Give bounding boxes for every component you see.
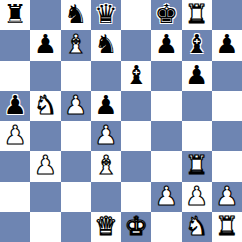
square-b5[interactable]: ♞ [30, 91, 60, 121]
square-f8[interactable]: ♚ [151, 0, 181, 30]
square-d6[interactable] [91, 61, 121, 91]
piece-black-rook[interactable]: ♜ [3, 1, 26, 27]
square-a5[interactable]: ♟ [0, 91, 30, 121]
square-c7[interactable]: ♝ [61, 30, 91, 60]
square-f2[interactable]: ♟ [151, 182, 181, 212]
square-a4[interactable]: ♟ [0, 121, 30, 151]
square-b1[interactable] [30, 212, 60, 242]
square-e1[interactable]: ♚ [121, 212, 151, 242]
square-d4[interactable]: ♟ [91, 121, 121, 151]
square-g5[interactable] [182, 91, 212, 121]
square-g3[interactable]: ♜ [182, 151, 212, 181]
square-g2[interactable]: ♟ [182, 182, 212, 212]
square-h2[interactable]: ♟ [212, 182, 242, 212]
square-a1[interactable] [0, 212, 30, 242]
piece-white-rook[interactable]: ♜ [215, 213, 238, 239]
square-e6[interactable]: ♝ [121, 61, 151, 91]
square-a2[interactable] [0, 182, 30, 212]
square-a7[interactable] [0, 30, 30, 60]
chess-board: ♜♞♛♚♜♟♝♞♟♝♟♝♟♟♞♟♟♟♟♟♝♜♟♟♟♛♚♞♜ [0, 0, 242, 242]
piece-black-pawn[interactable]: ♟ [215, 31, 238, 57]
square-b4[interactable] [30, 121, 60, 151]
square-d1[interactable]: ♛ [91, 212, 121, 242]
square-d7[interactable]: ♞ [91, 30, 121, 60]
piece-black-pawn[interactable]: ♟ [185, 62, 208, 88]
piece-white-rook[interactable]: ♜ [185, 152, 208, 178]
square-c3[interactable] [61, 151, 91, 181]
square-a6[interactable] [0, 61, 30, 91]
square-c8[interactable]: ♞ [61, 0, 91, 30]
piece-black-pawn[interactable]: ♟ [94, 92, 117, 118]
piece-white-bishop[interactable]: ♝ [64, 31, 87, 57]
square-g8[interactable]: ♜ [182, 0, 212, 30]
square-h1[interactable]: ♜ [212, 212, 242, 242]
piece-black-knight[interactable]: ♞ [94, 31, 117, 57]
square-d3[interactable]: ♝ [91, 151, 121, 181]
piece-white-pawn[interactable]: ♟ [94, 122, 117, 148]
square-g1[interactable]: ♞ [182, 212, 212, 242]
piece-white-pawn[interactable]: ♟ [215, 183, 238, 209]
piece-black-pawn[interactable]: ♟ [3, 92, 26, 118]
square-f5[interactable] [151, 91, 181, 121]
piece-white-pawn[interactable]: ♟ [3, 122, 26, 148]
square-c2[interactable] [61, 182, 91, 212]
piece-black-pawn[interactable]: ♟ [34, 31, 57, 57]
square-f1[interactable] [151, 212, 181, 242]
piece-black-king[interactable]: ♚ [155, 1, 178, 27]
square-c6[interactable] [61, 61, 91, 91]
square-c1[interactable] [61, 212, 91, 242]
piece-black-knight[interactable]: ♞ [64, 1, 87, 27]
square-h4[interactable] [212, 121, 242, 151]
square-e2[interactable] [121, 182, 151, 212]
square-c4[interactable] [61, 121, 91, 151]
square-g7[interactable]: ♝ [182, 30, 212, 60]
square-f4[interactable] [151, 121, 181, 151]
piece-black-pawn[interactable]: ♟ [155, 31, 178, 57]
piece-black-queen[interactable]: ♛ [94, 1, 117, 27]
square-f6[interactable] [151, 61, 181, 91]
square-g4[interactable] [182, 121, 212, 151]
piece-white-queen[interactable]: ♛ [94, 213, 117, 239]
piece-white-king[interactable]: ♚ [124, 213, 147, 239]
square-b7[interactable]: ♟ [30, 30, 60, 60]
square-b8[interactable] [30, 0, 60, 30]
square-f3[interactable] [151, 151, 181, 181]
square-a8[interactable]: ♜ [0, 0, 30, 30]
square-h6[interactable] [212, 61, 242, 91]
square-d2[interactable] [91, 182, 121, 212]
square-g6[interactable]: ♟ [182, 61, 212, 91]
piece-white-pawn[interactable]: ♟ [185, 183, 208, 209]
piece-white-pawn[interactable]: ♟ [64, 92, 87, 118]
piece-white-knight[interactable]: ♞ [185, 213, 208, 239]
piece-black-bishop[interactable]: ♝ [185, 31, 208, 57]
square-h7[interactable]: ♟ [212, 30, 242, 60]
piece-white-bishop[interactable]: ♝ [94, 152, 117, 178]
piece-white-knight[interactable]: ♞ [34, 92, 57, 118]
square-e7[interactable] [121, 30, 151, 60]
square-h3[interactable] [212, 151, 242, 181]
square-d8[interactable]: ♛ [91, 0, 121, 30]
square-e3[interactable] [121, 151, 151, 181]
square-e5[interactable] [121, 91, 151, 121]
square-e8[interactable] [121, 0, 151, 30]
square-h8[interactable] [212, 0, 242, 30]
square-b2[interactable] [30, 182, 60, 212]
square-b3[interactable]: ♟ [30, 151, 60, 181]
square-d5[interactable]: ♟ [91, 91, 121, 121]
piece-black-bishop[interactable]: ♝ [124, 62, 147, 88]
square-b6[interactable] [30, 61, 60, 91]
square-h5[interactable] [212, 91, 242, 121]
piece-white-rook[interactable]: ♜ [185, 1, 208, 27]
square-f7[interactable]: ♟ [151, 30, 181, 60]
square-e4[interactable] [121, 121, 151, 151]
piece-white-pawn[interactable]: ♟ [155, 183, 178, 209]
square-c5[interactable]: ♟ [61, 91, 91, 121]
piece-white-pawn[interactable]: ♟ [34, 152, 57, 178]
square-a3[interactable] [0, 151, 30, 181]
